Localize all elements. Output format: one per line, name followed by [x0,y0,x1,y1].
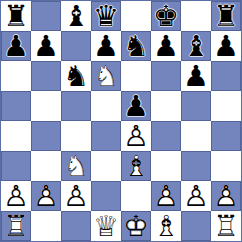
square-h4[interactable] [211,121,241,151]
square-g4[interactable] [181,121,211,151]
square-g1[interactable] [181,211,211,241]
square-e5[interactable]: ♟ [121,91,151,121]
square-c6[interactable]: ♞ [61,61,91,91]
square-b5[interactable] [31,91,61,121]
piece-outline: ♘ [91,61,121,91]
square-d4[interactable] [91,121,121,151]
square-f8[interactable]: ♚ [151,1,181,31]
square-b6[interactable] [31,61,61,91]
white-pawn-icon[interactable]: ♟♙ [211,181,241,211]
white-knight-icon[interactable]: ♞♘ [91,61,121,91]
white-knight-icon[interactable]: ♞♘ [61,151,91,181]
square-g8[interactable] [181,1,211,31]
piece-outline: ♙ [31,181,61,211]
square-f4[interactable] [151,121,181,151]
square-e1[interactable]: ♚♔ [121,211,151,241]
piece-outline: ♗ [151,211,181,241]
square-g3[interactable] [181,151,211,181]
square-g7[interactable]: ♝ [181,31,211,61]
square-d2[interactable] [91,181,121,211]
square-b3[interactable] [31,151,61,181]
black-knight-icon[interactable]: ♞ [121,31,151,61]
square-h5[interactable] [211,91,241,121]
square-a5[interactable] [1,91,31,121]
square-g5[interactable] [181,91,211,121]
white-pawn-icon[interactable]: ♟♙ [1,181,31,211]
piece-outline: ♗ [121,151,151,181]
square-f7[interactable]: ♟ [151,31,181,61]
piece-outline: ♕ [91,211,121,241]
square-a3[interactable] [1,151,31,181]
square-h6[interactable] [211,61,241,91]
square-a4[interactable] [1,121,31,151]
piece-outline: ♙ [181,181,211,211]
square-h8[interactable]: ♜ [211,1,241,31]
square-b4[interactable] [31,121,61,151]
black-king-icon[interactable]: ♚ [151,1,181,31]
black-pawn-icon[interactable]: ♟ [151,31,181,61]
black-queen-icon[interactable]: ♛ [91,1,121,31]
square-h1[interactable]: ♜♖ [211,211,241,241]
square-f3[interactable] [151,151,181,181]
square-d3[interactable] [91,151,121,181]
white-pawn-icon[interactable]: ♟♙ [151,181,181,211]
piece-outline: ♖ [211,211,241,241]
square-g6[interactable]: ♟ [181,61,211,91]
square-c7[interactable] [61,31,91,61]
square-b1[interactable] [31,211,61,241]
square-c3[interactable]: ♞♘ [61,151,91,181]
black-bishop-icon[interactable]: ♝ [181,31,211,61]
square-a1[interactable]: ♜♖ [1,211,31,241]
square-d7[interactable]: ♟ [91,31,121,61]
square-d5[interactable] [91,91,121,121]
black-knight-icon[interactable]: ♞ [61,61,91,91]
square-f6[interactable] [151,61,181,91]
white-pawn-icon[interactable]: ♟♙ [61,181,91,211]
black-pawn-icon[interactable]: ♟ [91,31,121,61]
white-king-icon[interactable]: ♚♔ [121,211,151,241]
white-queen-icon[interactable]: ♛♕ [91,211,121,241]
chess-board: ♜♝♛♚♜♟♟♟♞♟♝♟♞♞♘♟♟♟♙♞♘♝♗♟♙♟♙♟♙♟♙♟♙♟♙♜♖♛♕♚… [0,0,242,242]
black-pawn-icon[interactable]: ♟ [1,31,31,61]
square-b8[interactable] [31,1,61,31]
piece-outline: ♙ [1,181,31,211]
black-rook-icon[interactable]: ♜ [211,1,241,31]
piece-outline: ♙ [61,181,91,211]
piece-outline: ♖ [1,211,31,241]
square-g2[interactable]: ♟♙ [181,181,211,211]
square-a8[interactable]: ♜ [1,1,31,31]
piece-outline: ♔ [121,211,151,241]
square-c5[interactable] [61,91,91,121]
square-f5[interactable] [151,91,181,121]
square-e6[interactable] [121,61,151,91]
piece-outline: ♙ [151,181,181,211]
square-d1[interactable]: ♛♕ [91,211,121,241]
square-c8[interactable]: ♝ [61,1,91,31]
square-b2[interactable]: ♟♙ [31,181,61,211]
black-pawn-icon[interactable]: ♟ [181,61,211,91]
white-pawn-icon[interactable]: ♟♙ [121,121,151,151]
square-c4[interactable] [61,121,91,151]
square-e3[interactable]: ♝♗ [121,151,151,181]
square-d8[interactable]: ♛ [91,1,121,31]
square-e7[interactable]: ♞ [121,31,151,61]
square-a2[interactable]: ♟♙ [1,181,31,211]
black-pawn-icon[interactable]: ♟ [211,31,241,61]
black-pawn-icon[interactable]: ♟ [31,31,61,61]
square-e2[interactable] [121,181,151,211]
square-c2[interactable]: ♟♙ [61,181,91,211]
piece-outline: ♘ [61,151,91,181]
white-rook-icon[interactable]: ♜♖ [1,211,31,241]
square-d6[interactable]: ♞♘ [91,61,121,91]
white-rook-icon[interactable]: ♜♖ [211,211,241,241]
piece-outline: ♙ [211,181,241,211]
square-f2[interactable]: ♟♙ [151,181,181,211]
square-c1[interactable] [61,211,91,241]
square-f1[interactable]: ♝♗ [151,211,181,241]
square-b7[interactable]: ♟ [31,31,61,61]
white-bishop-icon[interactable]: ♝♗ [151,211,181,241]
square-a6[interactable] [1,61,31,91]
square-h3[interactable] [211,151,241,181]
white-bishop-icon[interactable]: ♝♗ [121,151,151,181]
black-rook-icon[interactable]: ♜ [1,1,31,31]
white-pawn-icon[interactable]: ♟♙ [31,181,61,211]
black-bishop-icon[interactable]: ♝ [61,1,91,31]
square-h7[interactable]: ♟ [211,31,241,61]
square-e4[interactable]: ♟♙ [121,121,151,151]
square-h2[interactable]: ♟♙ [211,181,241,211]
square-e8[interactable] [121,1,151,31]
black-pawn-icon[interactable]: ♟ [121,91,151,121]
white-pawn-icon[interactable]: ♟♙ [181,181,211,211]
square-a7[interactable]: ♟ [1,31,31,61]
piece-outline: ♙ [121,121,151,151]
